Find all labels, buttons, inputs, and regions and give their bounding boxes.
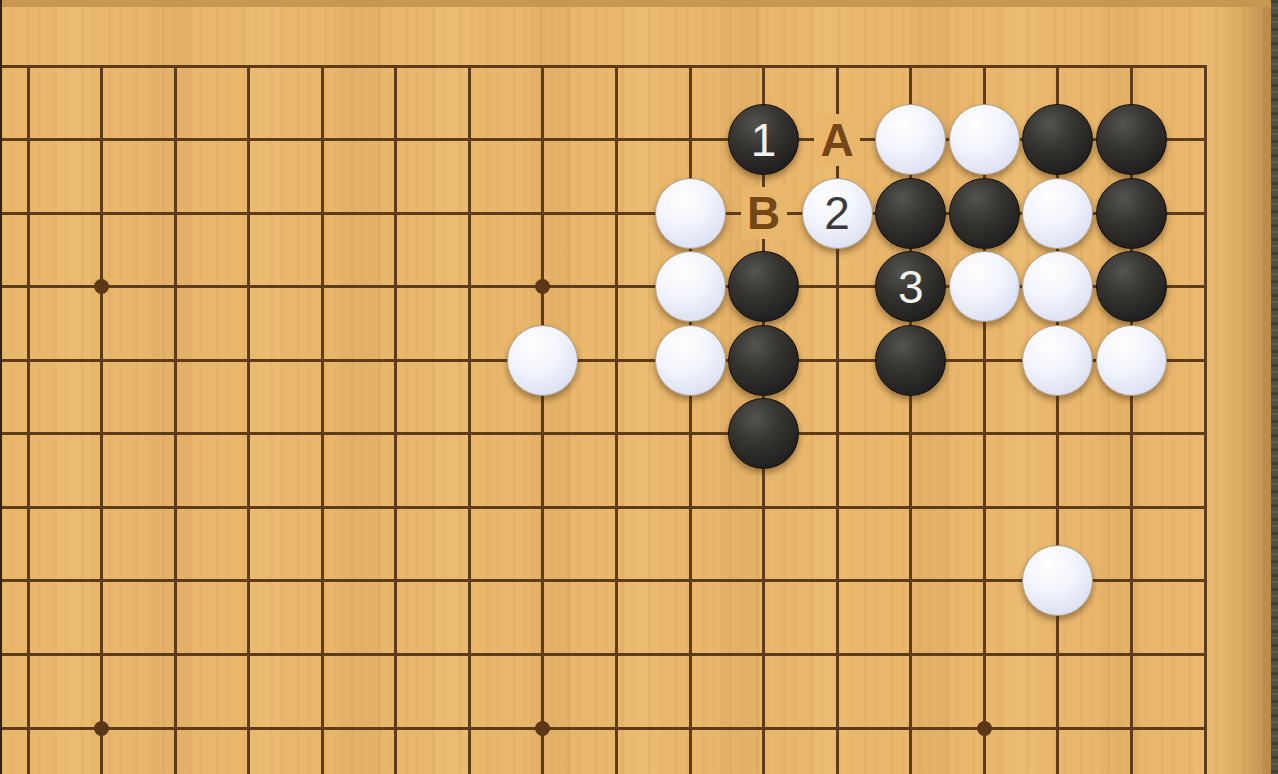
black-stone-P16[interactable]: 3	[875, 251, 946, 322]
screen-left-border	[0, 0, 2, 774]
background-strip-right	[1271, 0, 1278, 774]
black-stone-P15[interactable]	[875, 325, 946, 396]
black-stone-N14[interactable]	[728, 398, 799, 469]
grid-line-horizontal	[0, 432, 1207, 435]
grid-line-horizontal	[0, 727, 1207, 730]
stone-move-number: 2	[824, 190, 850, 236]
wood-grain-broad	[0, 0, 1278, 774]
black-stone-S18[interactable]	[1096, 104, 1167, 175]
black-stone-S17[interactable]	[1096, 178, 1167, 249]
grid-line-vertical	[100, 65, 103, 774]
board-right-bevel-edge	[1263, 0, 1271, 774]
grid-line-horizontal	[0, 653, 1207, 656]
wood-grain-fine	[0, 0, 1278, 774]
white-stone-S15[interactable]	[1096, 325, 1167, 396]
stone-move-number: 3	[898, 264, 924, 310]
white-stone-R12[interactable]	[1022, 545, 1093, 616]
white-stone-R15[interactable]	[1022, 325, 1093, 396]
black-stone-P17[interactable]	[875, 178, 946, 249]
grid-line-vertical	[615, 65, 618, 774]
white-stone-M15[interactable]	[655, 325, 726, 396]
grid-line-vertical	[468, 65, 471, 774]
grid-line-vertical	[394, 65, 397, 774]
black-stone-R18[interactable]	[1022, 104, 1093, 175]
black-stone-S16[interactable]	[1096, 251, 1167, 322]
letter-mark-A[interactable]: A	[800, 103, 874, 177]
black-stone-N16[interactable]	[728, 251, 799, 322]
letter-mark-B[interactable]: B	[727, 176, 801, 250]
white-stone-R17[interactable]	[1022, 178, 1093, 249]
white-stone-P18[interactable]	[875, 104, 946, 175]
board-top-bevel-edge	[0, 0, 1271, 7]
grid-line-horizontal	[0, 65, 1207, 68]
star-point	[535, 721, 550, 736]
black-stone-Q17[interactable]	[949, 178, 1020, 249]
white-stone-M16[interactable]	[655, 251, 726, 322]
white-stone-M17[interactable]	[655, 178, 726, 249]
grid-line-vertical	[1204, 65, 1207, 774]
white-stone-O17[interactable]: 2	[802, 178, 873, 249]
black-stone-N18[interactable]: 1	[728, 104, 799, 175]
grid-line-horizontal	[0, 506, 1207, 509]
white-stone-K15[interactable]	[507, 325, 578, 396]
star-point	[535, 279, 550, 294]
grid-line-vertical	[689, 65, 692, 774]
star-point	[977, 721, 992, 736]
white-stone-Q16[interactable]	[949, 251, 1020, 322]
black-stone-N15[interactable]	[728, 325, 799, 396]
star-point	[94, 721, 109, 736]
white-stone-R16[interactable]	[1022, 251, 1093, 322]
goban[interactable]: AB 132	[0, 0, 1278, 774]
board-right-shading	[1206, 0, 1263, 774]
grid-line-vertical	[247, 65, 250, 774]
white-stone-Q18[interactable]	[949, 104, 1020, 175]
grid-line-vertical	[541, 65, 544, 774]
star-point	[94, 279, 109, 294]
grid-line-vertical	[321, 65, 324, 774]
grid-line-vertical	[174, 65, 177, 774]
grid-line-vertical	[27, 65, 30, 774]
stone-move-number: 1	[751, 117, 777, 163]
